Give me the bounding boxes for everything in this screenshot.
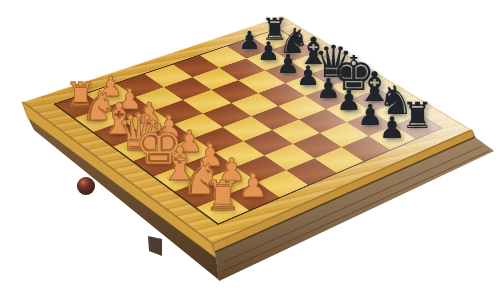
chess-set-photo: ♜♞♝♛♚♝♞♜♟♟♟♟♟♟♟♟♟♟♟♟♟♟♟♟♜♞♝♛♚♝♞♜ [0,0,500,299]
board-grid [56,29,441,223]
drawer-knob [77,177,95,195]
drawer-knob-highlight [77,177,95,195]
chess-board [22,16,472,244]
drawer-corner-shadow [148,236,162,256]
